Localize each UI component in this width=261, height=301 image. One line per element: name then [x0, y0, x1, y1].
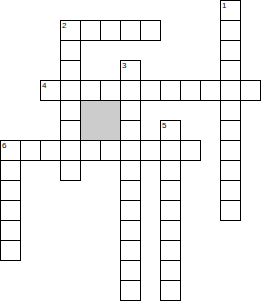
grid-cell-r1c7[interactable] [140, 20, 161, 41]
grid-cell-r0c11[interactable]: 1 [220, 0, 241, 21]
grid-cell-r7c7[interactable] [140, 140, 161, 161]
grid-cell-r4c6[interactable] [120, 80, 141, 101]
grid-cell-r7c2[interactable] [40, 140, 61, 161]
grid-cell-r4c12[interactable] [240, 80, 261, 101]
grid-cell-r6c11[interactable] [220, 120, 241, 141]
grid-cell-r10c0[interactable] [0, 200, 21, 221]
grid-cell-r10c11[interactable] [220, 200, 241, 221]
grid-cell-r7c1[interactable] [20, 140, 41, 161]
grid-cell-r8c0[interactable] [0, 160, 21, 181]
grid-cell-r6c6[interactable] [120, 120, 141, 141]
grid-cell-r11c0[interactable] [0, 220, 21, 241]
grid-cell-r12c0[interactable] [0, 240, 21, 261]
shaded-block [80, 100, 121, 141]
grid-cell-r4c10[interactable] [200, 80, 221, 101]
grid-cell-r6c8[interactable]: 5 [160, 120, 181, 141]
clue-number-1: 1 [222, 1, 226, 10]
grid-cell-r4c8[interactable] [160, 80, 181, 101]
grid-cell-r1c6[interactable] [120, 20, 141, 41]
grid-cell-r12c6[interactable] [120, 240, 141, 261]
grid-cell-r9c8[interactable] [160, 180, 181, 201]
grid-cell-r13c8[interactable] [160, 260, 181, 281]
grid-cell-r7c9[interactable] [180, 140, 201, 161]
grid-cell-r7c0[interactable]: 6 [0, 140, 21, 161]
grid-cell-r14c6[interactable] [120, 280, 141, 301]
clue-number-3: 3 [122, 61, 126, 70]
grid-cell-r8c6[interactable] [120, 160, 141, 181]
grid-cell-r4c2[interactable]: 4 [40, 80, 61, 101]
grid-cell-r5c6[interactable] [120, 100, 141, 121]
grid-cell-r11c6[interactable] [120, 220, 141, 241]
grid-cell-r7c3[interactable] [60, 140, 81, 161]
grid-cell-r7c6[interactable] [120, 140, 141, 161]
clue-number-2: 2 [62, 21, 66, 30]
grid-cell-r1c3[interactable]: 2 [60, 20, 81, 41]
grid-cell-r6c3[interactable] [60, 120, 81, 141]
grid-cell-r11c8[interactable] [160, 220, 181, 241]
grid-cell-r4c9[interactable] [180, 80, 201, 101]
grid-cell-r9c11[interactable] [220, 180, 241, 201]
grid-cell-r7c11[interactable] [220, 140, 241, 161]
clue-number-4: 4 [42, 81, 46, 90]
grid-cell-r2c3[interactable] [60, 40, 81, 61]
grid-cell-r3c3[interactable] [60, 60, 81, 81]
grid-cell-r3c11[interactable] [220, 60, 241, 81]
crossword-grid: 123456 [0, 0, 261, 301]
grid-cell-r10c6[interactable] [120, 200, 141, 221]
grid-cell-r9c0[interactable] [0, 180, 21, 201]
grid-cell-r7c8[interactable] [160, 140, 181, 161]
grid-cell-r1c5[interactable] [100, 20, 121, 41]
grid-cell-r3c6[interactable]: 3 [120, 60, 141, 81]
grid-cell-r4c4[interactable] [80, 80, 101, 101]
grid-cell-r4c3[interactable] [60, 80, 81, 101]
clue-number-5: 5 [162, 121, 166, 130]
grid-cell-r14c8[interactable] [160, 280, 181, 301]
grid-cell-r8c3[interactable] [60, 160, 81, 181]
grid-cell-r5c3[interactable] [60, 100, 81, 121]
grid-cell-r12c8[interactable] [160, 240, 181, 261]
grid-cell-r7c5[interactable] [100, 140, 121, 161]
grid-cell-r4c5[interactable] [100, 80, 121, 101]
grid-cell-r2c11[interactable] [220, 40, 241, 61]
grid-cell-r5c11[interactable] [220, 100, 241, 121]
grid-cell-r4c7[interactable] [140, 80, 161, 101]
grid-cell-r1c11[interactable] [220, 20, 241, 41]
grid-cell-r10c8[interactable] [160, 200, 181, 221]
grid-cell-r9c6[interactable] [120, 180, 141, 201]
grid-cell-r8c8[interactable] [160, 160, 181, 181]
grid-cell-r7c4[interactable] [80, 140, 101, 161]
grid-cell-r4c11[interactable] [220, 80, 241, 101]
grid-cell-r8c11[interactable] [220, 160, 241, 181]
clue-number-6: 6 [2, 141, 6, 150]
grid-cell-r1c4[interactable] [80, 20, 101, 41]
grid-cell-r13c6[interactable] [120, 260, 141, 281]
